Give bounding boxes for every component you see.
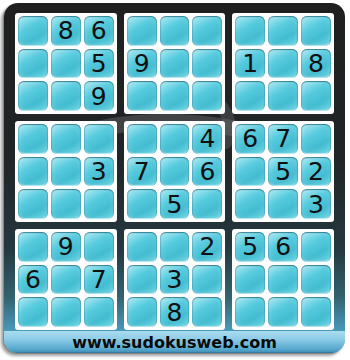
sudoku-cell[interactable]: [301, 16, 331, 46]
sudoku-cell[interactable]: [268, 265, 298, 295]
sudoku-cell[interactable]: 5: [160, 189, 190, 219]
sudoku-cell[interactable]: [160, 49, 190, 79]
sudoku-cell[interactable]: 6: [84, 16, 114, 46]
sudoku-cell[interactable]: [51, 81, 81, 111]
sudoku-cell[interactable]: 7: [268, 124, 298, 154]
sudoku-cell[interactable]: 8: [160, 297, 190, 327]
sudoku-cell[interactable]: 2: [301, 157, 331, 187]
sudoku-cell[interactable]: [18, 81, 48, 111]
sudoku-cell[interactable]: 7: [84, 265, 114, 295]
sudoku-cell[interactable]: [301, 265, 331, 295]
sudoku-cell[interactable]: [160, 232, 190, 262]
sudoku-cell[interactable]: [18, 124, 48, 154]
sudoku-board: 8659918347656752396723856: [15, 13, 334, 330]
sudoku-cell[interactable]: 2: [192, 232, 222, 262]
sudoku-cell[interactable]: [127, 297, 157, 327]
sudoku-cell[interactable]: [268, 81, 298, 111]
sudoku-cell[interactable]: [127, 232, 157, 262]
sudoku-cell[interactable]: [18, 189, 48, 219]
sudoku-box: 8659: [15, 13, 117, 114]
sudoku-cell[interactable]: 1: [235, 49, 265, 79]
sudoku-cell[interactable]: [84, 297, 114, 327]
sudoku-cell[interactable]: [268, 16, 298, 46]
sudoku-cell[interactable]: [192, 16, 222, 46]
sudoku-cell[interactable]: 8: [301, 49, 331, 79]
sudoku-cell[interactable]: [192, 49, 222, 79]
sudoku-cell[interactable]: [192, 81, 222, 111]
sudoku-cell[interactable]: [18, 49, 48, 79]
sudoku-cell[interactable]: [84, 232, 114, 262]
sudoku-cell[interactable]: [18, 297, 48, 327]
sudoku-cell[interactable]: [127, 265, 157, 295]
sudoku-cell[interactable]: [235, 81, 265, 111]
sudoku-cell[interactable]: [84, 124, 114, 154]
sudoku-cell[interactable]: [192, 265, 222, 295]
sudoku-cell[interactable]: [127, 81, 157, 111]
sudoku-box: 18: [232, 13, 334, 114]
sudoku-cell[interactable]: [160, 124, 190, 154]
sudoku-cell[interactable]: [235, 297, 265, 327]
sudoku-cell[interactable]: [84, 189, 114, 219]
sudoku-box: 967: [15, 229, 117, 330]
sudoku-cell[interactable]: [268, 49, 298, 79]
sudoku-cell[interactable]: [301, 297, 331, 327]
sudoku-cell[interactable]: 6: [18, 265, 48, 295]
sudoku-cell[interactable]: [235, 16, 265, 46]
sudoku-cell[interactable]: 6: [268, 232, 298, 262]
sudoku-cell[interactable]: [268, 189, 298, 219]
sudoku-cell[interactable]: 5: [235, 232, 265, 262]
sudoku-cell[interactable]: [18, 232, 48, 262]
sudoku-box: 4765: [124, 121, 226, 222]
sudoku-cell[interactable]: [51, 189, 81, 219]
sudoku-cell[interactable]: [127, 189, 157, 219]
sudoku-cell[interactable]: [127, 124, 157, 154]
sudoku-cell[interactable]: [301, 232, 331, 262]
sudoku-cell[interactable]: 8: [51, 16, 81, 46]
sudoku-box: 238: [124, 229, 226, 330]
sudoku-cell[interactable]: 5: [268, 157, 298, 187]
sudoku-cell[interactable]: 9: [84, 81, 114, 111]
sudoku-cell[interactable]: 4: [192, 124, 222, 154]
sudoku-cell[interactable]: 3: [84, 157, 114, 187]
sudoku-cell[interactable]: 6: [192, 157, 222, 187]
sudoku-cell[interactable]: [160, 81, 190, 111]
sudoku-cell[interactable]: 3: [301, 189, 331, 219]
sudoku-cell[interactable]: [51, 124, 81, 154]
sudoku-cell[interactable]: 9: [127, 49, 157, 79]
sudoku-cell[interactable]: [51, 49, 81, 79]
sudoku-cell[interactable]: 5: [84, 49, 114, 79]
sudoku-cell[interactable]: [160, 16, 190, 46]
sudoku-cell[interactable]: [192, 189, 222, 219]
sudoku-cell[interactable]: [51, 265, 81, 295]
sudoku-cell[interactable]: [235, 189, 265, 219]
sudoku-box: 9: [124, 13, 226, 114]
sudoku-box: 67523: [232, 121, 334, 222]
footer-bar: www.sudokusweb.com: [4, 331, 345, 353]
sudoku-cell[interactable]: [301, 81, 331, 111]
sudoku-cell[interactable]: [51, 297, 81, 327]
sudoku-cell[interactable]: [160, 157, 190, 187]
sudoku-cell[interactable]: 6: [235, 124, 265, 154]
sudoku-cell[interactable]: [268, 297, 298, 327]
sudoku-cell[interactable]: [192, 297, 222, 327]
sudoku-cell[interactable]: [301, 124, 331, 154]
sudoku-cell[interactable]: [235, 157, 265, 187]
sudoku-cell[interactable]: 7: [127, 157, 157, 187]
sudoku-cell[interactable]: [18, 157, 48, 187]
sudoku-cell[interactable]: [18, 16, 48, 46]
sudoku-plaque: 8659918347656752396723856 www.sudokusweb…: [4, 3, 345, 353]
website-url: www.sudokusweb.com: [72, 333, 277, 352]
sudoku-cell[interactable]: [235, 265, 265, 295]
sudoku-box: 56: [232, 229, 334, 330]
sudoku-cell[interactable]: 9: [51, 232, 81, 262]
sudoku-cell[interactable]: [51, 157, 81, 187]
sudoku-cell[interactable]: [127, 16, 157, 46]
sudoku-cell[interactable]: 3: [160, 265, 190, 295]
sudoku-box: 3: [15, 121, 117, 222]
